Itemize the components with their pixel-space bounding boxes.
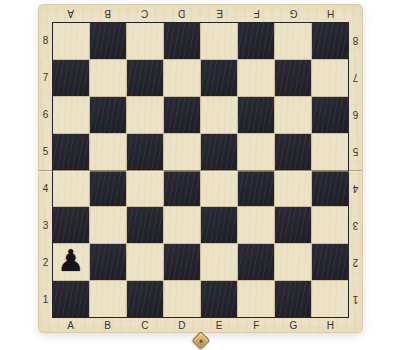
file-label-bottom-g: G [275,318,312,332]
square-c8[interactable] [127,23,163,59]
square-e6[interactable] [201,97,237,133]
rank-label-left-8: 8 [39,22,52,59]
square-b3[interactable] [90,207,126,243]
file-label-bottom-b: B [89,318,126,332]
square-a3[interactable] [53,207,89,243]
square-f3[interactable] [238,207,274,243]
square-h7[interactable] [312,60,348,96]
square-b8[interactable] [90,23,126,59]
rank-label-right-8: 8 [349,22,362,59]
square-h4[interactable] [312,171,348,207]
file-label-top-d: D [163,5,200,22]
square-g1[interactable] [275,281,311,317]
rank-label-right-2: 2 [349,244,362,281]
square-h2[interactable] [312,244,348,280]
square-e4[interactable] [201,171,237,207]
square-d1[interactable] [164,281,200,317]
square-g3[interactable] [275,207,311,243]
brass-clasp-icon [191,331,209,349]
square-b5[interactable] [90,134,126,170]
rank-label-left-1: 1 [39,281,52,318]
square-d8[interactable] [164,23,200,59]
square-e3[interactable] [201,207,237,243]
file-label-top-g: G [275,5,312,22]
rank-label-left-7: 7 [39,59,52,96]
rank-label-right-1: 1 [349,281,362,318]
square-e1[interactable] [201,281,237,317]
square-e5[interactable] [201,134,237,170]
square-h6[interactable] [312,97,348,133]
rank-label-right-4: 4 [349,170,362,207]
square-d4[interactable] [164,171,200,207]
square-f4[interactable] [238,171,274,207]
file-label-bottom-d: D [163,318,200,332]
rank-label-left-5: 5 [39,133,52,170]
square-f6[interactable] [238,97,274,133]
file-label-top-b: B [89,5,126,22]
photo-background: ABCDEFGH 87654321 ♟ 87654321 ABCDEFGH [0,0,400,350]
rank-labels-right: 87654321 [349,22,362,318]
square-h8[interactable] [312,23,348,59]
square-c2[interactable] [127,244,163,280]
file-label-bottom-c: C [126,318,163,332]
square-a7[interactable] [53,60,89,96]
square-c5[interactable] [127,134,163,170]
square-h5[interactable] [312,134,348,170]
square-g6[interactable] [275,97,311,133]
rank-label-right-3: 3 [349,207,362,244]
file-labels-bottom: ABCDEFGH [52,318,349,332]
square-f5[interactable] [238,134,274,170]
square-d2[interactable] [164,244,200,280]
rank-label-left-6: 6 [39,96,52,133]
square-f8[interactable] [238,23,274,59]
square-b6[interactable] [90,97,126,133]
square-d5[interactable] [164,134,200,170]
square-b4[interactable] [90,171,126,207]
black-pawn-icon[interactable]: ♟ [58,246,85,276]
square-e8[interactable] [201,23,237,59]
rank-label-left-2: 2 [39,244,52,281]
square-g7[interactable] [275,60,311,96]
rank-labels-left: 87654321 [39,22,52,318]
file-label-top-a: A [52,5,89,22]
square-b7[interactable] [90,60,126,96]
square-c1[interactable] [127,281,163,317]
square-a8[interactable] [53,23,89,59]
playfield-8x8: ♟ [52,22,349,318]
file-label-top-c: C [126,5,163,22]
square-c7[interactable] [127,60,163,96]
square-d3[interactable] [164,207,200,243]
square-d7[interactable] [164,60,200,96]
chess-board: ABCDEFGH 87654321 ♟ 87654321 ABCDEFGH [38,4,363,333]
rank-label-right-7: 7 [349,59,362,96]
square-c3[interactable] [127,207,163,243]
rank-label-right-5: 5 [349,133,362,170]
file-label-bottom-f: F [238,318,275,332]
square-h1[interactable] [312,281,348,317]
square-a5[interactable] [53,134,89,170]
file-labels-top: ABCDEFGH [52,5,349,22]
file-label-bottom-a: A [52,318,89,332]
square-c4[interactable] [127,171,163,207]
square-g5[interactable] [275,134,311,170]
file-label-top-e: E [201,5,238,22]
square-e7[interactable] [201,60,237,96]
square-a1[interactable] [53,281,89,317]
file-label-bottom-e: E [201,318,238,332]
square-e2[interactable] [201,244,237,280]
square-f2[interactable] [238,244,274,280]
rank-label-left-4: 4 [39,170,52,207]
square-f7[interactable] [238,60,274,96]
square-d6[interactable] [164,97,200,133]
file-label-top-h: H [312,5,349,22]
square-h3[interactable] [312,207,348,243]
square-a6[interactable] [53,97,89,133]
square-f1[interactable] [238,281,274,317]
square-g2[interactable] [275,244,311,280]
square-a4[interactable] [53,171,89,207]
rank-label-left-3: 3 [39,207,52,244]
square-g4[interactable] [275,171,311,207]
square-c6[interactable] [127,97,163,133]
square-a2[interactable]: ♟ [53,244,89,280]
file-label-top-f: F [238,5,275,22]
square-b1[interactable] [90,281,126,317]
square-g8[interactable] [275,23,311,59]
file-label-bottom-h: H [312,318,349,332]
clasp-pin-icon [198,338,202,342]
square-b2[interactable] [90,244,126,280]
rank-label-right-6: 6 [349,96,362,133]
